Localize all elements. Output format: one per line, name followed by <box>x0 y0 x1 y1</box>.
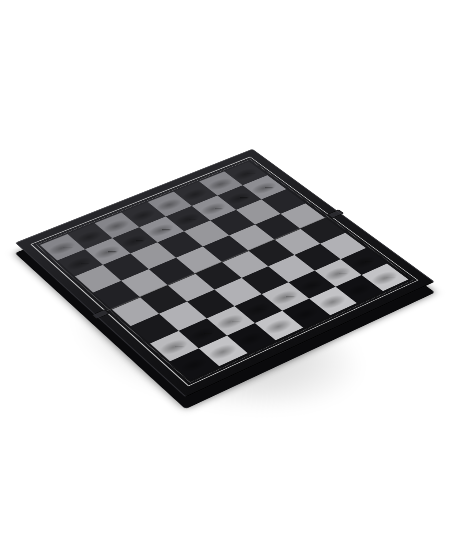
scene: ♜♞♝♛♚♝♞♜♟♟♟♟♟♟♟♟♟♟♟♟♟♟♟♟♜♞♝♛♚♝♞♜ <box>0 0 450 540</box>
hinge-clasp-left <box>91 309 110 320</box>
hinge-clasp-right <box>327 209 344 218</box>
black-pawn-glyph: ♟ <box>68 231 92 268</box>
white-rook-glyph: ♜ <box>179 320 211 369</box>
chess-set-photo: ♜♞♝♛♚♝♞♜♟♟♟♟♟♟♟♟♟♟♟♟♟♟♟♟♜♞♝♛♚♝♞♜ <box>0 0 450 540</box>
